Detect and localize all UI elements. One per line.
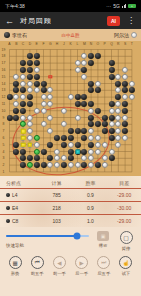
control-icon: ▶ (75, 256, 88, 269)
back-button[interactable]: ← (5, 16, 14, 26)
pause-button[interactable]: ▢ 暂停 (117, 231, 135, 251)
analysis-winrate: 0.9 (74, 192, 108, 198)
coord-number: 5 (3, 143, 5, 147)
control-label: 后五手 (97, 271, 110, 276)
play-button[interactable]: ▣ 播放 (94, 231, 112, 248)
player-bar: 李世石 白中盘胜 阿尔法 (0, 29, 141, 41)
coord-letter: Q (110, 42, 113, 46)
col-header-point: 分析点 (0, 180, 40, 186)
analysis-winrate: 0.9 (74, 205, 108, 211)
play-label: 播放 (99, 243, 108, 248)
control-试下[interactable]: ☝ 试下 (116, 256, 136, 276)
coord-number: 4 (3, 150, 5, 154)
hoshi-point (70, 69, 72, 71)
control-icon: ▦ (9, 256, 22, 269)
coord-number: 11 (2, 102, 6, 106)
coord-number: 8 (3, 122, 5, 126)
navigation-row: 快速导航 ▣ 播放 ▢ 暂停 (0, 227, 141, 251)
yellow-mark (21, 136, 26, 141)
control-后一手[interactable]: ▶ 后一手 (72, 256, 92, 276)
coord-letter: P (104, 42, 106, 46)
coord-number: 1 (3, 170, 5, 174)
slider-thumb[interactable] (73, 233, 80, 240)
coord-letter: O (97, 42, 100, 46)
page-title: 对局回顾 (20, 16, 101, 26)
white-stone-icon (131, 32, 137, 38)
control-label: 后一手 (75, 271, 88, 276)
black-stone-icon (6, 193, 10, 197)
overflow-menu-button[interactable]: ⋮ (126, 16, 136, 25)
coord-letter: R (117, 42, 119, 46)
coord-letter: E (36, 42, 38, 46)
black-stone-icon (4, 32, 10, 38)
coord-number: 13 (2, 88, 6, 92)
selected-analysis-mark (75, 149, 80, 154)
control-icon: ⏮ (31, 256, 44, 269)
coord-number: 19 (2, 48, 6, 52)
yellow-mark (21, 129, 26, 134)
coord-letter: N (90, 42, 92, 46)
analysis-table-header: 分析点 计算 胜率 目差 (0, 177, 141, 188)
control-形势[interactable]: ▦ 形势 (5, 256, 25, 276)
coord-number: 10 (2, 109, 6, 113)
control-label: 前五手 (31, 271, 44, 276)
coord-letter: D (29, 42, 31, 46)
analysis-visits: 785 (40, 192, 74, 198)
coord-letter: L (77, 42, 79, 46)
coord-letter: F (42, 42, 44, 46)
black-stone-icon (6, 219, 10, 223)
yellow-mark (28, 142, 33, 147)
analysis-point: C8 (0, 218, 40, 224)
coord-number: 7 (3, 129, 5, 133)
black-stone-icon (6, 206, 10, 210)
analysis-point: E4 (0, 205, 40, 211)
control-前五手[interactable]: ⏮ 前五手 (27, 256, 47, 276)
control-label: 前一手 (53, 271, 66, 276)
control-label: 形势 (11, 271, 20, 276)
analysis-visits: 103 (40, 218, 74, 224)
analysis-table: 分析点 计算 胜率 目差 L4 785 0.9 -29.00E4 218 0.9… (0, 176, 141, 227)
coord-number: 17 (2, 61, 6, 65)
play-icon: ▣ (97, 231, 109, 241)
coord-number: 12 (2, 95, 6, 99)
analysis-visits: 218 (40, 205, 74, 211)
coord-letter: C (22, 42, 24, 46)
app-toolbar: ← 对局回顾 AI ⋮ (0, 12, 141, 29)
coord-letter: G (49, 42, 52, 46)
coord-number: 9 (3, 116, 5, 120)
control-后五手[interactable]: ⏭ 后五手 (94, 256, 114, 276)
control-icon: ◀ (53, 256, 66, 269)
coord-letter: J (63, 42, 65, 46)
go-board[interactable]: ABCDEFGHJKLMNOPQRST191817161514131211109… (0, 41, 141, 176)
status-bar: 下午4:38 ⋯ 5G + (0, 0, 141, 12)
control-label: 试下 (122, 271, 131, 276)
coord-number: 14 (2, 82, 6, 86)
analysis-winrate: 1.0 (74, 218, 108, 224)
control-前一手[interactable]: ◀ 前一手 (49, 256, 69, 276)
analysis-score: -29.00 (107, 218, 141, 224)
analysis-row[interactable]: C8 103 1.0 -29.00 (0, 214, 141, 227)
analysis-score: -30.00 (107, 205, 141, 211)
signal-icon (122, 4, 126, 8)
status-time: 下午4:38 (5, 3, 25, 9)
coord-letter: H (56, 42, 58, 46)
coord-number: 2 (3, 163, 5, 167)
coord-number: 3 (3, 156, 5, 160)
slider-label: 快速导航 (6, 243, 89, 248)
coord-number: 6 (3, 136, 5, 140)
pause-label: 暂停 (122, 246, 131, 251)
yellow-mark (21, 142, 26, 147)
analysis-point: L4 (0, 192, 40, 198)
analysis-score: -29.00 (107, 192, 141, 198)
pause-icon: ▢ (120, 231, 133, 244)
status-more-icon: ⋯ (106, 3, 111, 9)
ai-review-button[interactable]: AI (107, 16, 120, 26)
move-controls: ▦ 形势⏮ 前五手◀ 前一手▶ 后一手⏭ 后五手☝ 试下 (0, 251, 141, 276)
control-icon: ⏭ (97, 256, 110, 269)
coord-letter: S (124, 42, 126, 46)
white-player-name: 阿尔法 (114, 32, 129, 38)
battery-icon: + (128, 4, 136, 8)
hoshi-point (29, 110, 31, 112)
network-label: 5G (113, 3, 120, 9)
coord-letter: A (8, 42, 10, 46)
col-header-winrate: 胜率 (74, 180, 108, 186)
coord-letter: M (83, 42, 86, 46)
game-result: 白中盘胜 (29, 33, 112, 38)
analysis-row[interactable]: L4 785 0.9 -29.00 (0, 188, 141, 201)
control-icon: ☝ (119, 256, 132, 269)
col-header-score: 目差 (107, 180, 141, 186)
coord-number: 16 (2, 68, 6, 72)
move-slider[interactable] (6, 235, 89, 237)
analysis-row[interactable]: E4 218 0.9 -30.00 (0, 201, 141, 214)
coord-letter: T (131, 42, 133, 46)
col-header-visits: 计算 (40, 180, 74, 186)
coord-letter: B (15, 42, 17, 46)
black-player-name: 李世石 (12, 32, 27, 38)
last-move-mark (49, 75, 52, 78)
coord-letter: K (70, 42, 72, 46)
coord-number: 15 (2, 75, 6, 79)
coord-number: 18 (2, 54, 6, 58)
